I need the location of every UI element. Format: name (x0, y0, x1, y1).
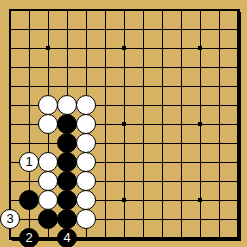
white-stone (76, 152, 96, 172)
white-stone-move-1: 1 (19, 152, 39, 172)
star-point (122, 198, 126, 202)
black-stone (57, 190, 77, 210)
black-stone (57, 209, 77, 229)
white-stone (57, 95, 77, 115)
grid-line-horizontal (9, 143, 240, 144)
white-stone (76, 95, 96, 115)
grid-line-vertical (237, 9, 239, 240)
white-stone (38, 190, 58, 210)
black-stone (57, 171, 77, 191)
grid-line-vertical (219, 9, 220, 240)
white-stone (76, 190, 96, 210)
star-point (198, 46, 202, 50)
black-stone (38, 209, 58, 229)
grid-line-vertical (162, 9, 163, 240)
go-board[interactable]: 1324 (0, 0, 247, 247)
star-point (122, 122, 126, 126)
white-stone (38, 114, 58, 134)
grid-line-vertical (181, 9, 182, 240)
star-point (46, 46, 50, 50)
white-stone (38, 171, 58, 191)
white-stone (38, 95, 58, 115)
black-stone (57, 114, 77, 134)
star-point (198, 122, 202, 126)
grid-line-vertical (143, 9, 144, 240)
star-point (122, 46, 126, 50)
grid-line-horizontal (9, 237, 240, 239)
white-stone (76, 114, 96, 134)
black-stone-move-2: 2 (19, 228, 39, 247)
black-stone (57, 152, 77, 172)
white-stone (76, 133, 96, 153)
white-stone (76, 209, 96, 229)
white-stone (38, 152, 58, 172)
black-stone-move-4: 4 (57, 228, 77, 247)
star-point (198, 198, 202, 202)
black-stone (19, 190, 39, 210)
black-stone (57, 133, 77, 153)
white-stone-move-3: 3 (0, 209, 20, 229)
white-stone (76, 171, 96, 191)
